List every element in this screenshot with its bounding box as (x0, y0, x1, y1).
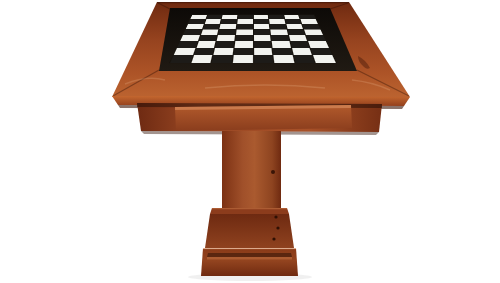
square-h4 (306, 35, 325, 41)
square-c4 (217, 35, 235, 41)
square-g1 (294, 55, 315, 62)
square-c2 (214, 48, 234, 55)
square-g6 (286, 24, 303, 29)
base-slope (205, 214, 294, 248)
chess-table-photo (0, 0, 500, 283)
square-e2 (254, 48, 273, 55)
square-f6 (270, 24, 287, 29)
square-e5 (253, 29, 270, 34)
square-d4 (235, 35, 252, 41)
square-c5 (218, 29, 235, 34)
square-f4 (271, 35, 289, 41)
square-f5 (270, 29, 287, 34)
square-e1 (254, 55, 274, 62)
pedestal-column (222, 131, 281, 208)
square-a5 (183, 29, 201, 34)
square-b5 (201, 29, 219, 34)
square-e3 (254, 41, 272, 47)
square-g5 (287, 29, 305, 34)
square-a2 (174, 48, 195, 55)
square-f1 (274, 55, 295, 62)
square-g2 (292, 48, 312, 55)
square-h5 (304, 29, 322, 34)
square-d5 (236, 29, 253, 34)
square-c3 (215, 41, 234, 47)
plinth-groove (207, 253, 292, 257)
square-b3 (196, 41, 215, 47)
square-b1 (191, 55, 212, 62)
square-a4 (180, 35, 199, 41)
square-f3 (272, 41, 291, 47)
square-h6 (303, 24, 321, 29)
square-d2 (234, 48, 253, 55)
square-h3 (309, 41, 329, 47)
square-b4 (199, 35, 218, 41)
square-c6 (220, 24, 237, 29)
column-knot (271, 170, 275, 174)
square-d6 (237, 24, 253, 29)
square-g3 (290, 41, 309, 47)
square-h1 (314, 55, 336, 62)
square-e4 (254, 35, 271, 41)
square-h2 (311, 48, 332, 55)
square-c1 (212, 55, 233, 62)
plinth-groove-highlight (207, 257, 292, 260)
square-a3 (177, 41, 197, 47)
square-g4 (289, 35, 308, 41)
square-d1 (233, 55, 253, 62)
square-d3 (234, 41, 252, 47)
square-e6 (253, 24, 269, 29)
square-f2 (273, 48, 293, 55)
chess-board (169, 14, 337, 63)
square-a6 (186, 24, 204, 29)
square-a1 (170, 55, 192, 62)
square-b2 (194, 48, 214, 55)
base-plinth (201, 248, 298, 276)
square-b6 (203, 24, 220, 29)
